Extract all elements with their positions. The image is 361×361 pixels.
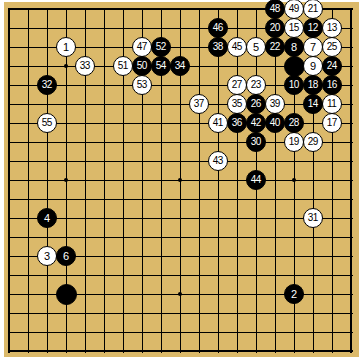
move-number: 26 [251,99,261,109]
stone-black-10: 10 [284,75,304,95]
stone-white-11: 11 [322,94,342,114]
stone-black-44: 44 [246,170,266,190]
stone-white-7: 7 [303,37,323,57]
stone-white-41: 41 [208,113,228,133]
stone-black-42: 42 [246,113,266,133]
stone-black-36: 36 [227,113,247,133]
move-number: 53 [137,80,147,90]
move-number: 19 [289,137,299,147]
stone-white-15: 15 [284,18,304,38]
move-number: 25 [327,42,337,52]
move-number: 16 [327,80,337,90]
move-number: 55 [42,118,52,128]
star-point [178,178,182,182]
move-number: 11 [327,99,336,109]
stone-white-9: 9 [303,56,323,76]
move-number: 15 [289,23,299,33]
stone-black-52: 52 [151,37,171,57]
stone-white-35: 35 [227,94,247,114]
move-number: 46 [213,23,223,33]
stone-black-48: 48 [265,0,285,19]
move-number: 14 [308,99,318,109]
stone-black-30: 30 [246,132,266,152]
stone-black-32: 32 [37,75,57,95]
stone-white-23: 23 [246,75,266,95]
move-number: 44 [251,175,261,185]
stone-black-46: 46 [208,18,228,38]
move-number: 13 [327,23,337,33]
move-number: 30 [251,137,261,147]
grid-line-vertical [275,8,276,353]
move-number: 39 [270,99,280,109]
move-number: 45 [232,42,242,52]
stone-black-54: 54 [151,56,171,76]
move-number: 5 [253,42,259,53]
stone-white-3: 3 [37,246,57,266]
grid-line-horizontal [8,237,353,238]
move-number: 12 [308,23,318,33]
stone-black-2: 2 [284,284,304,304]
stone-black-16: 16 [322,75,342,95]
stone-black-50: 50 [132,56,152,76]
stone-black-18: 18 [303,75,323,95]
stone-black-6: 6 [56,246,76,266]
move-number: 1 [63,42,69,53]
move-number: 52 [156,42,166,52]
stone-white-47: 47 [132,37,152,57]
move-number: 27 [232,80,242,90]
move-number: 22 [270,42,280,52]
move-number: 38 [213,42,223,52]
stone-black-34: 34 [170,56,190,76]
stone-white-1: 1 [56,37,76,57]
stone-black-24: 24 [322,56,342,76]
stone-white-51: 51 [113,56,133,76]
grid-line-vertical [218,8,219,353]
move-number: 35 [232,99,242,109]
move-number: 24 [327,61,337,71]
stone-white-25: 25 [322,37,342,57]
grid-line-horizontal [8,350,353,352]
move-number: 49 [289,4,299,14]
move-number: 23 [251,80,261,90]
move-number: 10 [289,80,299,90]
move-number: 37 [194,99,204,109]
grid-line-horizontal [8,313,353,314]
stone-white-19: 19 [284,132,304,152]
move-number: 42 [251,118,261,128]
grid-line-vertical [199,8,200,353]
stone-white-49: 49 [284,0,304,19]
grid-line-horizontal [8,199,353,200]
move-number: 4 [44,213,50,224]
stone-white-27: 27 [227,75,247,95]
stone-black-14: 14 [303,94,323,114]
grid-line-horizontal [8,275,353,276]
grid-line-horizontal [8,218,353,219]
grid-line-vertical [237,8,238,353]
move-number: 20 [270,23,280,33]
stone-white-53: 53 [132,75,152,95]
stone-black-20: 20 [265,18,285,38]
stone-white-17: 17 [322,113,342,133]
move-number: 36 [232,118,242,128]
stone-white-39: 39 [265,94,285,114]
stone-black-handicap [56,284,77,305]
stone-white-29: 29 [303,132,323,152]
move-number: 3 [44,251,50,262]
move-number: 32 [42,80,52,90]
move-number: 31 [308,213,318,223]
move-number: 43 [213,156,223,166]
move-number: 9 [310,61,316,72]
kifu-diagram: 1234567891011121314151617181920212223242… [0,0,361,361]
stone-white-43: 43 [208,151,228,171]
move-number: 41 [213,118,223,128]
stone-white-31: 31 [303,208,323,228]
move-number: 51 [118,61,128,71]
grid-line-horizontal [8,332,353,333]
move-number: 33 [80,61,90,71]
stone-black-handicap [284,56,305,77]
stone-black-8: 8 [284,37,304,57]
stone-white-55: 55 [37,113,57,133]
grid-line-vertical [350,8,352,353]
stone-white-21: 21 [303,0,323,19]
move-number: 28 [289,118,299,128]
stone-black-22: 22 [265,37,285,57]
move-number: 48 [270,4,280,14]
star-point [292,178,296,182]
move-number: 50 [137,61,147,71]
stone-black-40: 40 [265,113,285,133]
move-number: 17 [327,118,337,128]
move-number: 18 [308,80,318,90]
stone-white-45: 45 [227,37,247,57]
stone-black-28: 28 [284,113,304,133]
move-number: 8 [291,42,297,53]
stone-black-26: 26 [246,94,266,114]
move-number: 34 [175,61,185,71]
stone-white-5: 5 [246,37,266,57]
move-number: 47 [137,42,147,52]
stone-black-4: 4 [37,208,57,228]
stone-white-13: 13 [322,18,342,38]
move-number: 6 [63,251,69,262]
stone-white-33: 33 [75,56,95,76]
move-number: 54 [156,61,166,71]
move-number: 2 [291,289,297,300]
star-point [64,178,68,182]
move-number: 40 [270,118,280,128]
star-point [178,292,182,296]
stone-black-38: 38 [208,37,228,57]
stone-black-12: 12 [303,18,323,38]
stone-white-37: 37 [189,94,209,114]
move-number: 29 [308,137,318,147]
move-number: 7 [310,42,316,53]
star-point [64,64,68,68]
move-number: 21 [308,4,318,14]
